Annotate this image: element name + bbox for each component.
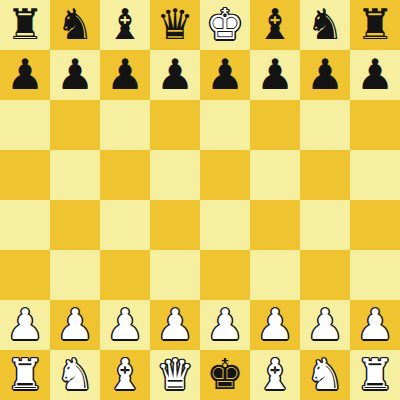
square-f4[interactable]: [250, 200, 300, 250]
black-pawn-a7[interactable]: ♟: [6, 50, 44, 100]
square-d6[interactable]: [150, 100, 200, 150]
square-c6[interactable]: [100, 100, 150, 150]
square-d2[interactable]: ♟: [150, 300, 200, 350]
square-b3[interactable]: [50, 250, 100, 300]
square-d8[interactable]: ♛: [150, 0, 200, 50]
square-b1[interactable]: ♞: [50, 350, 100, 400]
square-e7[interactable]: ♟: [200, 50, 250, 100]
square-h7[interactable]: ♟: [350, 50, 400, 100]
white-knight-b1[interactable]: ♞: [56, 350, 94, 400]
black-knight-b8[interactable]: ♞: [56, 0, 94, 50]
square-c3[interactable]: [100, 250, 150, 300]
white-pawn-g2[interactable]: ♟: [306, 300, 344, 350]
square-d7[interactable]: ♟: [150, 50, 200, 100]
white-rook-h1[interactable]: ♜: [356, 350, 394, 400]
square-e8[interactable]: ♚: [200, 0, 250, 50]
black-queen-d8[interactable]: ♛: [156, 0, 194, 50]
square-d4[interactable]: [150, 200, 200, 250]
square-g8[interactable]: ♞: [300, 0, 350, 50]
square-b2[interactable]: ♟: [50, 300, 100, 350]
square-c1[interactable]: ♝: [100, 350, 150, 400]
square-f3[interactable]: [250, 250, 300, 300]
square-h4[interactable]: [350, 200, 400, 250]
white-rook-a1[interactable]: ♜: [6, 350, 44, 400]
square-c8[interactable]: ♝: [100, 0, 150, 50]
black-pawn-c7[interactable]: ♟: [106, 50, 144, 100]
square-f6[interactable]: [250, 100, 300, 150]
white-pawn-c2[interactable]: ♟: [106, 300, 144, 350]
square-f7[interactable]: ♟: [250, 50, 300, 100]
white-pawn-a2[interactable]: ♟: [6, 300, 44, 350]
square-e4[interactable]: [200, 200, 250, 250]
white-bishop-f1[interactable]: ♝: [256, 350, 294, 400]
square-g5[interactable]: [300, 150, 350, 200]
square-a6[interactable]: [0, 100, 50, 150]
square-c7[interactable]: ♟: [100, 50, 150, 100]
square-g3[interactable]: [300, 250, 350, 300]
white-pawn-b2[interactable]: ♟: [56, 300, 94, 350]
square-b7[interactable]: ♟: [50, 50, 100, 100]
square-h5[interactable]: [350, 150, 400, 200]
chess-board: ♜♞♝♛♚♝♞♜♟♟♟♟♟♟♟♟♟♟♟♟♟♟♟♟♜♞♝♛♚♝♞♜: [0, 0, 400, 400]
square-e2[interactable]: ♟: [200, 300, 250, 350]
black-pawn-e7[interactable]: ♟: [206, 50, 244, 100]
white-pawn-e2[interactable]: ♟: [206, 300, 244, 350]
square-e3[interactable]: [200, 250, 250, 300]
square-b5[interactable]: [50, 150, 100, 200]
square-g6[interactable]: [300, 100, 350, 150]
black-bishop-c8[interactable]: ♝: [106, 0, 144, 50]
square-h6[interactable]: [350, 100, 400, 150]
white-king-e8[interactable]: ♚: [206, 0, 244, 50]
square-c4[interactable]: [100, 200, 150, 250]
black-pawn-h7[interactable]: ♟: [356, 50, 394, 100]
white-pawn-d2[interactable]: ♟: [156, 300, 194, 350]
square-f2[interactable]: ♟: [250, 300, 300, 350]
square-d1[interactable]: ♛: [150, 350, 200, 400]
black-pawn-g7[interactable]: ♟: [306, 50, 344, 100]
square-b4[interactable]: [50, 200, 100, 250]
white-knight-g1[interactable]: ♞: [306, 350, 344, 400]
square-a3[interactable]: [0, 250, 50, 300]
square-g1[interactable]: ♞: [300, 350, 350, 400]
square-a5[interactable]: [0, 150, 50, 200]
square-g2[interactable]: ♟: [300, 300, 350, 350]
square-e1[interactable]: ♚: [200, 350, 250, 400]
white-queen-d1[interactable]: ♛: [156, 350, 194, 400]
white-pawn-f2[interactable]: ♟: [256, 300, 294, 350]
square-h2[interactable]: ♟: [350, 300, 400, 350]
square-a1[interactable]: ♜: [0, 350, 50, 400]
square-a7[interactable]: ♟: [0, 50, 50, 100]
square-h3[interactable]: [350, 250, 400, 300]
black-rook-h8[interactable]: ♜: [356, 0, 394, 50]
square-d3[interactable]: [150, 250, 200, 300]
black-bishop-f8[interactable]: ♝: [256, 0, 294, 50]
square-a4[interactable]: [0, 200, 50, 250]
square-b8[interactable]: ♞: [50, 0, 100, 50]
black-pawn-d7[interactable]: ♟: [156, 50, 194, 100]
square-b6[interactable]: [50, 100, 100, 150]
square-f1[interactable]: ♝: [250, 350, 300, 400]
square-h1[interactable]: ♜: [350, 350, 400, 400]
square-g4[interactable]: [300, 200, 350, 250]
square-c2[interactable]: ♟: [100, 300, 150, 350]
square-a2[interactable]: ♟: [0, 300, 50, 350]
square-f5[interactable]: [250, 150, 300, 200]
square-e5[interactable]: [200, 150, 250, 200]
black-knight-g8[interactable]: ♞: [306, 0, 344, 50]
square-f8[interactable]: ♝: [250, 0, 300, 50]
square-g7[interactable]: ♟: [300, 50, 350, 100]
black-king-e1[interactable]: ♚: [206, 350, 244, 400]
white-bishop-c1[interactable]: ♝: [106, 350, 144, 400]
square-a8[interactable]: ♜: [0, 0, 50, 50]
black-rook-a8[interactable]: ♜: [6, 0, 44, 50]
black-pawn-f7[interactable]: ♟: [256, 50, 294, 100]
black-pawn-b7[interactable]: ♟: [56, 50, 94, 100]
square-d5[interactable]: [150, 150, 200, 200]
square-e6[interactable]: [200, 100, 250, 150]
square-c5[interactable]: [100, 150, 150, 200]
white-pawn-h2[interactable]: ♟: [356, 300, 394, 350]
square-h8[interactable]: ♜: [350, 0, 400, 50]
